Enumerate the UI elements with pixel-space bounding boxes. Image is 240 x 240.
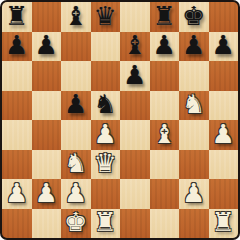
square-e3[interactable] — [120, 150, 150, 180]
black-pawn[interactable]: ♟ — [35, 32, 58, 58]
square-b8[interactable] — [32, 2, 62, 32]
square-a1[interactable] — [2, 209, 32, 239]
square-c3[interactable]: ♞ — [61, 150, 91, 180]
square-h1[interactable]: ♜ — [209, 209, 239, 239]
square-a8[interactable]: ♜ — [2, 2, 32, 32]
square-g4[interactable] — [179, 120, 209, 150]
white-pawn[interactable]: ♟ — [182, 180, 205, 206]
square-e5[interactable] — [120, 91, 150, 121]
square-c5[interactable]: ♟ — [61, 91, 91, 121]
white-pawn[interactable]: ♟ — [5, 180, 28, 206]
square-f7[interactable]: ♟ — [150, 32, 180, 62]
square-h8[interactable] — [209, 2, 239, 32]
black-pawn[interactable]: ♟ — [5, 32, 28, 58]
square-a6[interactable] — [2, 61, 32, 91]
black-pawn[interactable]: ♟ — [212, 32, 235, 58]
square-g1[interactable] — [179, 209, 209, 239]
square-d6[interactable] — [91, 61, 121, 91]
square-c6[interactable] — [61, 61, 91, 91]
square-d3[interactable]: ♛ — [91, 150, 121, 180]
square-g6[interactable] — [179, 61, 209, 91]
square-f5[interactable] — [150, 91, 180, 121]
square-e8[interactable] — [120, 2, 150, 32]
square-d2[interactable] — [91, 179, 121, 209]
square-a3[interactable] — [2, 150, 32, 180]
white-queen[interactable]: ♛ — [94, 150, 117, 176]
square-e2[interactable] — [120, 179, 150, 209]
square-c8[interactable]: ♝ — [61, 2, 91, 32]
square-g7[interactable]: ♟ — [179, 32, 209, 62]
square-g3[interactable] — [179, 150, 209, 180]
black-rook[interactable]: ♜ — [5, 3, 28, 29]
square-c2[interactable]: ♟ — [61, 179, 91, 209]
black-king[interactable]: ♚ — [182, 3, 205, 29]
square-f8[interactable]: ♜ — [150, 2, 180, 32]
square-h2[interactable] — [209, 179, 239, 209]
white-pawn[interactable]: ♟ — [35, 180, 58, 206]
square-f4[interactable]: ♝ — [150, 120, 180, 150]
square-d5[interactable]: ♞ — [91, 91, 121, 121]
square-f6[interactable] — [150, 61, 180, 91]
square-h6[interactable] — [209, 61, 239, 91]
square-h5[interactable] — [209, 91, 239, 121]
white-rook[interactable]: ♜ — [94, 209, 117, 235]
square-e4[interactable] — [120, 120, 150, 150]
square-b1[interactable] — [32, 209, 62, 239]
square-f3[interactable] — [150, 150, 180, 180]
white-pawn[interactable]: ♟ — [94, 121, 117, 147]
square-a4[interactable] — [2, 120, 32, 150]
black-pawn[interactable]: ♟ — [64, 91, 87, 117]
square-h4[interactable]: ♟ — [209, 120, 239, 150]
square-h7[interactable]: ♟ — [209, 32, 239, 62]
square-g8[interactable]: ♚ — [179, 2, 209, 32]
square-c1[interactable]: ♚ — [61, 209, 91, 239]
square-c7[interactable] — [61, 32, 91, 62]
white-king[interactable]: ♚ — [64, 209, 87, 235]
square-b3[interactable] — [32, 150, 62, 180]
black-pawn[interactable]: ♟ — [182, 32, 205, 58]
white-rook[interactable]: ♜ — [212, 209, 235, 235]
square-d7[interactable] — [91, 32, 121, 62]
square-f1[interactable] — [150, 209, 180, 239]
white-bishop[interactable]: ♝ — [153, 121, 176, 147]
chess-board-frame: ♜♝♛♜♚♟♟♝♟♟♟♟♟♞♞♟♝♟♞♛♟♟♟♟♚♜♜ — [0, 0, 240, 240]
black-queen[interactable]: ♛ — [94, 3, 117, 29]
square-b7[interactable]: ♟ — [32, 32, 62, 62]
square-b6[interactable] — [32, 61, 62, 91]
square-g5[interactable]: ♞ — [179, 91, 209, 121]
square-d1[interactable]: ♜ — [91, 209, 121, 239]
black-pawn[interactable]: ♟ — [153, 32, 176, 58]
black-pawn[interactable]: ♟ — [123, 62, 146, 88]
square-b4[interactable] — [32, 120, 62, 150]
square-a5[interactable] — [2, 91, 32, 121]
chess-board: ♜♝♛♜♚♟♟♝♟♟♟♟♟♞♞♟♝♟♞♛♟♟♟♟♚♜♜ — [2, 2, 238, 238]
black-rook[interactable]: ♜ — [153, 3, 176, 29]
square-e6[interactable]: ♟ — [120, 61, 150, 91]
square-d8[interactable]: ♛ — [91, 2, 121, 32]
black-knight[interactable]: ♞ — [94, 91, 117, 117]
white-pawn[interactable]: ♟ — [64, 180, 87, 206]
square-d4[interactable]: ♟ — [91, 120, 121, 150]
white-knight[interactable]: ♞ — [64, 150, 87, 176]
square-h3[interactable] — [209, 150, 239, 180]
black-bishop[interactable]: ♝ — [123, 32, 146, 58]
square-g2[interactable]: ♟ — [179, 179, 209, 209]
white-knight[interactable]: ♞ — [182, 91, 205, 117]
square-e7[interactable]: ♝ — [120, 32, 150, 62]
square-a2[interactable]: ♟ — [2, 179, 32, 209]
square-b2[interactable]: ♟ — [32, 179, 62, 209]
white-pawn[interactable]: ♟ — [212, 121, 235, 147]
square-c4[interactable] — [61, 120, 91, 150]
square-e1[interactable] — [120, 209, 150, 239]
square-f2[interactable] — [150, 179, 180, 209]
black-bishop[interactable]: ♝ — [64, 3, 87, 29]
square-b5[interactable] — [32, 91, 62, 121]
square-a7[interactable]: ♟ — [2, 32, 32, 62]
